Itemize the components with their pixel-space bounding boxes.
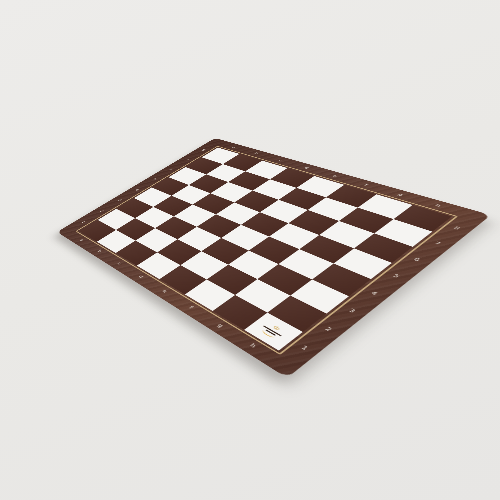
- playing-field: ♔: [79, 148, 452, 351]
- chessboard-mat: abcdefgh abcdefgh 87654321 87654321 ♔: [57, 138, 491, 378]
- photo-background: abcdefgh abcdefgh 87654321 87654321 ♔: [0, 0, 500, 500]
